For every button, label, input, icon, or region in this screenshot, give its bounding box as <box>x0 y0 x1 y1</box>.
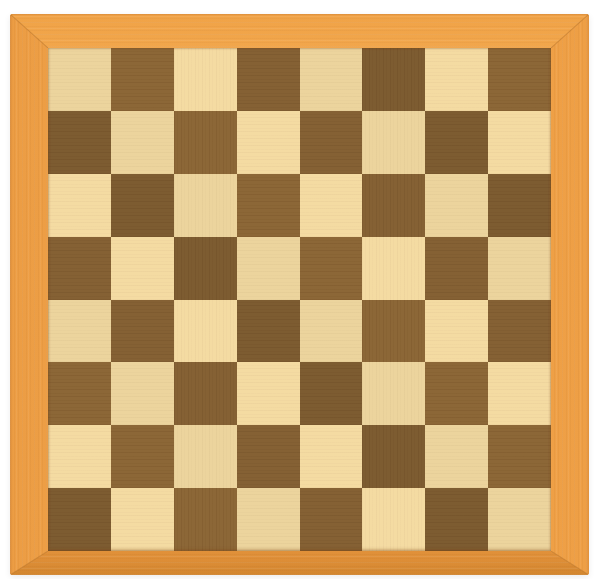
square-e6 <box>300 174 363 237</box>
square-b8 <box>111 48 174 111</box>
square-g4 <box>425 300 488 363</box>
square-a2 <box>48 425 111 488</box>
square-e8 <box>300 48 363 111</box>
square-c3 <box>174 362 237 425</box>
square-c5 <box>174 237 237 300</box>
square-c6 <box>174 174 237 237</box>
square-c2 <box>174 425 237 488</box>
square-f7 <box>362 111 425 174</box>
square-a8 <box>48 48 111 111</box>
square-d7 <box>237 111 300 174</box>
square-e2 <box>300 425 363 488</box>
square-g5 <box>425 237 488 300</box>
square-d5 <box>237 237 300 300</box>
square-b3 <box>111 362 174 425</box>
square-a4 <box>48 300 111 363</box>
square-e4 <box>300 300 363 363</box>
square-h4 <box>488 300 551 363</box>
square-f6 <box>362 174 425 237</box>
square-f4 <box>362 300 425 363</box>
square-f3 <box>362 362 425 425</box>
square-b2 <box>111 425 174 488</box>
square-b7 <box>111 111 174 174</box>
photo-background <box>0 0 600 579</box>
square-a7 <box>48 111 111 174</box>
square-e3 <box>300 362 363 425</box>
square-f1 <box>362 488 425 551</box>
square-g3 <box>425 362 488 425</box>
square-a6 <box>48 174 111 237</box>
square-h3 <box>488 362 551 425</box>
square-g8 <box>425 48 488 111</box>
square-h2 <box>488 425 551 488</box>
square-d4 <box>237 300 300 363</box>
square-f5 <box>362 237 425 300</box>
square-c4 <box>174 300 237 363</box>
square-a5 <box>48 237 111 300</box>
square-h6 <box>488 174 551 237</box>
square-g6 <box>425 174 488 237</box>
square-d8 <box>237 48 300 111</box>
square-d3 <box>237 362 300 425</box>
square-g7 <box>425 111 488 174</box>
chess-board <box>10 14 589 575</box>
square-h7 <box>488 111 551 174</box>
square-b1 <box>111 488 174 551</box>
square-f2 <box>362 425 425 488</box>
square-b5 <box>111 237 174 300</box>
square-e7 <box>300 111 363 174</box>
square-d6 <box>237 174 300 237</box>
board-squares-grid <box>48 48 551 551</box>
square-c8 <box>174 48 237 111</box>
square-g2 <box>425 425 488 488</box>
square-a1 <box>48 488 111 551</box>
square-c7 <box>174 111 237 174</box>
square-b6 <box>111 174 174 237</box>
square-h1 <box>488 488 551 551</box>
square-g1 <box>425 488 488 551</box>
square-h5 <box>488 237 551 300</box>
square-a3 <box>48 362 111 425</box>
square-h8 <box>488 48 551 111</box>
square-e5 <box>300 237 363 300</box>
square-d1 <box>237 488 300 551</box>
square-b4 <box>111 300 174 363</box>
square-c1 <box>174 488 237 551</box>
square-f8 <box>362 48 425 111</box>
square-e1 <box>300 488 363 551</box>
square-d2 <box>237 425 300 488</box>
